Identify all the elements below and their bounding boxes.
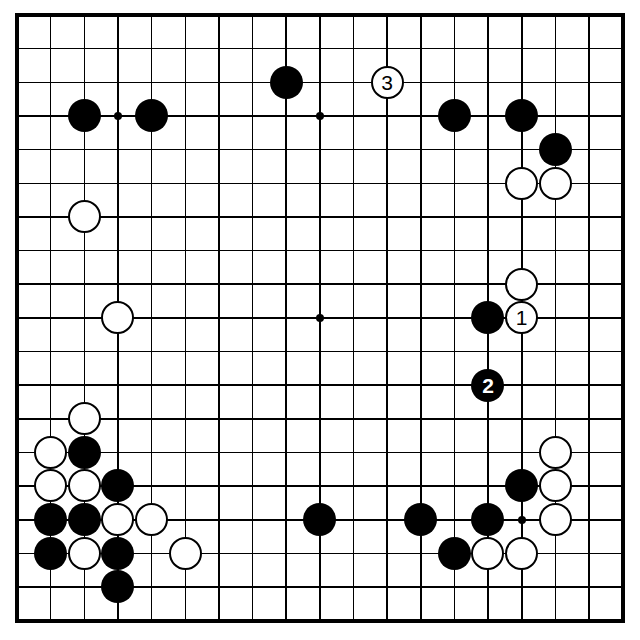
board-intersection xyxy=(438,99,472,133)
white-stone xyxy=(539,167,572,200)
black-stone xyxy=(471,301,504,334)
board-intersection xyxy=(538,503,572,537)
black-stone xyxy=(539,133,572,166)
go-board: 312 xyxy=(0,0,639,637)
black-stone xyxy=(471,503,504,536)
white-stone xyxy=(505,268,538,301)
board-intersection xyxy=(505,536,539,570)
board-intersection xyxy=(471,301,505,335)
board-intersection: 3 xyxy=(370,65,404,99)
black-stone xyxy=(101,570,134,603)
white-stone xyxy=(34,436,67,469)
black-stone xyxy=(404,503,437,536)
board-intersection xyxy=(438,536,472,570)
board-intersection: 2 xyxy=(471,368,505,402)
board-intersection xyxy=(101,503,135,537)
board-intersection xyxy=(471,536,505,570)
black-stone xyxy=(68,503,101,536)
board-intersection xyxy=(101,301,135,335)
white-stone xyxy=(135,503,168,536)
board-intersection xyxy=(135,503,169,537)
move-number-label: 1 xyxy=(516,307,528,328)
board-intersection xyxy=(34,436,68,470)
board-intersection xyxy=(101,570,135,604)
white-stone xyxy=(505,537,538,570)
move-number-label: 3 xyxy=(381,71,393,92)
white-stone xyxy=(68,537,101,570)
white-stone xyxy=(505,167,538,200)
white-stone xyxy=(68,402,101,435)
board-intersection xyxy=(67,200,101,234)
move-1-white-stone: 1 xyxy=(505,301,538,334)
board-intersection xyxy=(269,65,303,99)
black-stone xyxy=(505,469,538,502)
black-stone xyxy=(68,436,101,469)
board-intersection xyxy=(505,166,539,200)
black-stone xyxy=(135,99,168,132)
white-stone xyxy=(471,537,504,570)
board-intersection xyxy=(404,503,438,537)
board-intersection xyxy=(303,503,337,537)
black-stone xyxy=(101,469,134,502)
board-intersection xyxy=(101,536,135,570)
board-intersection xyxy=(67,436,101,470)
board-intersection xyxy=(168,536,202,570)
move-number-label: 2 xyxy=(482,374,494,395)
black-stone xyxy=(101,537,134,570)
board-intersection xyxy=(538,436,572,470)
black-stone xyxy=(505,99,538,132)
black-stone xyxy=(270,66,303,99)
board-intersection xyxy=(34,469,68,503)
black-stone xyxy=(438,99,471,132)
move-3-white-stone: 3 xyxy=(371,66,404,99)
board-intersection: 1 xyxy=(505,301,539,335)
board-intersection xyxy=(505,99,539,133)
white-stone xyxy=(68,200,101,233)
white-stone xyxy=(539,436,572,469)
board-intersection xyxy=(538,133,572,167)
board-intersection xyxy=(471,503,505,537)
board-intersection xyxy=(505,267,539,301)
go-diagram: 312 xyxy=(0,0,640,640)
board-intersection xyxy=(67,402,101,436)
white-stone xyxy=(539,469,572,502)
board-intersection xyxy=(101,469,135,503)
board-intersection xyxy=(67,469,101,503)
white-stone xyxy=(169,537,202,570)
board-intersection xyxy=(538,166,572,200)
board-intersection xyxy=(538,469,572,503)
board-intersection xyxy=(67,99,101,133)
black-stone xyxy=(303,503,336,536)
move-2-black-stone: 2 xyxy=(471,369,504,402)
black-stone xyxy=(68,99,101,132)
board-intersection xyxy=(34,536,68,570)
white-stone xyxy=(539,503,572,536)
white-stone xyxy=(34,469,67,502)
board-intersection xyxy=(135,99,169,133)
board-intersection xyxy=(505,469,539,503)
black-stone xyxy=(34,503,67,536)
board-intersection xyxy=(34,503,68,537)
board-intersection xyxy=(67,536,101,570)
white-stone xyxy=(101,301,134,334)
board-intersection xyxy=(67,503,101,537)
white-stone xyxy=(101,503,134,536)
white-stone xyxy=(68,469,101,502)
black-stone xyxy=(34,537,67,570)
black-stone xyxy=(438,537,471,570)
